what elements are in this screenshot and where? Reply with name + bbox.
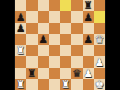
square-h2[interactable] [94, 68, 105, 79]
piece-black-pawn-c5[interactable]: ♟ [38, 34, 49, 45]
square-c3[interactable] [38, 56, 49, 67]
piece-black-pawn-a6[interactable]: ♟ [15, 23, 26, 34]
square-g1[interactable] [83, 79, 94, 90]
square-h8[interactable] [94, 0, 105, 11]
square-c8[interactable] [38, 0, 49, 11]
square-d8[interactable] [49, 0, 60, 11]
piece-black-pawn-g5[interactable]: ♟ [83, 34, 94, 45]
square-e3[interactable] [60, 56, 71, 67]
square-b3[interactable] [26, 56, 37, 67]
square-f1[interactable] [71, 79, 82, 90]
square-f5[interactable] [71, 34, 82, 45]
square-e7[interactable] [60, 11, 71, 22]
piece-white-pawn-h3[interactable]: ♟ [94, 56, 105, 67]
square-d7[interactable] [49, 11, 60, 22]
square-e6[interactable] [60, 23, 71, 34]
square-a8[interactable] [15, 0, 26, 11]
square-e1[interactable]: ♜ [60, 79, 71, 90]
piece-white-rook-a4[interactable]: ♜ [15, 45, 26, 56]
square-c1[interactable] [38, 79, 49, 90]
piece-black-rook-g8[interactable]: ♜ [83, 0, 94, 11]
square-d4[interactable] [49, 45, 60, 56]
square-d2[interactable] [49, 68, 60, 79]
square-e5[interactable] [60, 34, 71, 45]
square-g7[interactable]: ♟ [83, 11, 94, 22]
square-f7[interactable] [71, 11, 82, 22]
square-b4[interactable] [26, 45, 37, 56]
piece-black-pawn-a7[interactable]: ♟ [15, 11, 26, 22]
piece-white-pawn-g2[interactable]: ♟ [83, 68, 94, 79]
square-g6[interactable] [83, 23, 94, 34]
square-d3[interactable] [49, 56, 60, 67]
square-f6[interactable] [71, 23, 82, 34]
square-f2[interactable]: ♛ [71, 68, 82, 79]
square-a6[interactable]: ♟ [15, 23, 26, 34]
square-b8[interactable] [26, 0, 37, 11]
piece-white-king-h1[interactable]: ♚ [94, 79, 105, 90]
square-e2[interactable] [60, 68, 71, 79]
square-d1[interactable] [49, 79, 60, 90]
square-h1[interactable]: ♚ [94, 79, 105, 90]
square-a4[interactable]: ♜ [15, 45, 26, 56]
square-e8[interactable] [60, 0, 71, 11]
square-a2[interactable] [15, 68, 26, 79]
square-f4[interactable] [71, 45, 82, 56]
square-g8[interactable]: ♜ [83, 0, 94, 11]
square-g3[interactable] [83, 56, 94, 67]
piece-white-rook-a1[interactable]: ♜ [15, 79, 26, 90]
square-h6[interactable] [94, 23, 105, 34]
square-f3[interactable] [71, 56, 82, 67]
piece-white-queen-h5[interactable]: ♛ [94, 34, 105, 45]
square-g5[interactable]: ♟ [83, 34, 94, 45]
square-g2[interactable]: ♟ [83, 68, 94, 79]
square-c5[interactable]: ♟ [38, 34, 49, 45]
square-b6[interactable] [26, 23, 37, 34]
square-a5[interactable] [15, 34, 26, 45]
square-a1[interactable]: ♜ [15, 79, 26, 90]
square-c6[interactable] [38, 23, 49, 34]
square-b1[interactable] [26, 79, 37, 90]
square-a7[interactable]: ♟ [15, 11, 26, 22]
square-b7[interactable] [26, 11, 37, 22]
square-c4[interactable] [38, 45, 49, 56]
square-f8[interactable] [71, 0, 82, 11]
screenshot-canvas: ♜♟♟♟♟♟♛♜♟♜♛♟♜♜♚ [0, 0, 120, 90]
square-c7[interactable] [38, 11, 49, 22]
square-d6[interactable] [49, 23, 60, 34]
square-h3[interactable]: ♟ [94, 56, 105, 67]
square-e4[interactable] [60, 45, 71, 56]
square-b5[interactable] [26, 34, 37, 45]
piece-black-queen-f2[interactable]: ♛ [71, 68, 82, 79]
square-c2[interactable] [38, 68, 49, 79]
square-d5[interactable] [49, 34, 60, 45]
square-h4[interactable] [94, 45, 105, 56]
square-h5[interactable]: ♛ [94, 34, 105, 45]
square-g4[interactable] [83, 45, 94, 56]
piece-white-rook-e1[interactable]: ♜ [60, 79, 71, 90]
square-h7[interactable] [94, 11, 105, 22]
square-a3[interactable] [15, 56, 26, 67]
chess-board[interactable]: ♜♟♟♟♟♟♛♜♟♜♛♟♜♜♚ [15, 0, 105, 90]
piece-black-pawn-g7[interactable]: ♟ [83, 11, 94, 22]
piece-black-rook-b2[interactable]: ♜ [26, 68, 37, 79]
square-b2[interactable]: ♜ [26, 68, 37, 79]
